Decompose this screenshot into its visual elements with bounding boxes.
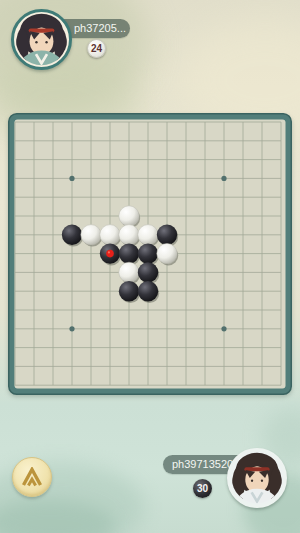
- player-avatar-top[interactable]: [11, 9, 72, 70]
- score-top: 24: [91, 43, 102, 54]
- score-bottom: 30: [197, 483, 208, 494]
- menu-button[interactable]: [12, 457, 52, 497]
- avatar-art-top: [14, 12, 69, 67]
- star-point: [221, 326, 226, 331]
- gomoku-board[interactable]: [8, 113, 292, 395]
- landscape-silhouette-decor: [0, 500, 115, 533]
- avatar-art-bottom: [230, 451, 284, 505]
- last-move-marker-highlight: [108, 251, 110, 253]
- star-point: [69, 176, 74, 181]
- player-avatar-bottom[interactable]: [227, 448, 287, 508]
- star-point: [221, 176, 226, 181]
- ascend-chevron-icon: [21, 467, 43, 487]
- last-move-marker: [106, 250, 114, 258]
- player-score-badge-bottom: 30: [193, 479, 212, 498]
- player-name-top: ph37205...: [74, 22, 126, 34]
- player-score-badge-top: 24: [87, 39, 106, 58]
- game-screen: ph37205... 24 ph397135: [0, 0, 300, 533]
- star-point: [69, 326, 74, 331]
